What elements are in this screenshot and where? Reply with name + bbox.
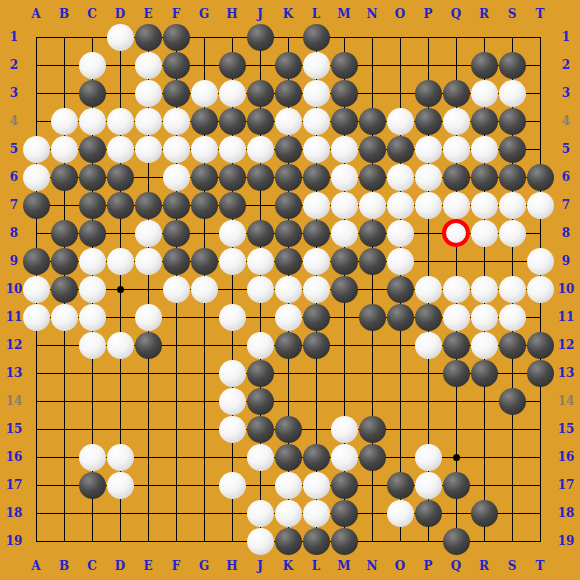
black-stone-M3 bbox=[331, 80, 358, 107]
white-stone-Q7 bbox=[443, 192, 470, 219]
black-stone-T12 bbox=[527, 332, 554, 359]
white-stone-H5 bbox=[219, 136, 246, 163]
black-stone-F1 bbox=[163, 24, 190, 51]
black-stone-C7 bbox=[79, 192, 106, 219]
white-stone-Q4 bbox=[443, 108, 470, 135]
white-stone-T9 bbox=[527, 248, 554, 275]
white-stone-H11 bbox=[219, 304, 246, 331]
white-stone-O18 bbox=[387, 500, 414, 527]
black-stone-K16 bbox=[275, 444, 302, 471]
white-stone-O9 bbox=[387, 248, 414, 275]
white-stone-C10 bbox=[79, 276, 106, 303]
black-stone-F8 bbox=[163, 220, 190, 247]
row-label-right-12: 12 bbox=[558, 339, 575, 351]
black-stone-M18 bbox=[331, 500, 358, 527]
black-stone-N16 bbox=[359, 444, 386, 471]
white-stone-H14 bbox=[219, 388, 246, 415]
black-stone-J14 bbox=[247, 388, 274, 415]
black-stone-K15 bbox=[275, 416, 302, 443]
white-stone-O8 bbox=[387, 220, 414, 247]
white-stone-C4 bbox=[79, 108, 106, 135]
black-stone-M10 bbox=[331, 276, 358, 303]
black-stone-L12 bbox=[303, 332, 330, 359]
white-stone-R5 bbox=[471, 136, 498, 163]
white-stone-P12 bbox=[415, 332, 442, 359]
black-stone-N8 bbox=[359, 220, 386, 247]
col-label-top-J: J bbox=[257, 8, 263, 20]
white-stone-D9 bbox=[107, 248, 134, 275]
row-label-right-19: 19 bbox=[558, 535, 575, 547]
black-stone-E1 bbox=[135, 24, 162, 51]
black-stone-C5 bbox=[79, 136, 106, 163]
black-stone-Q6 bbox=[443, 164, 470, 191]
white-stone-F6 bbox=[163, 164, 190, 191]
goban[interactable]: AABBCCDDEEFFGGHHJJKKLLMMNNOOPPQQRRSSTT11… bbox=[0, 0, 580, 580]
white-stone-P6 bbox=[415, 164, 442, 191]
black-stone-F9 bbox=[163, 248, 190, 275]
black-stone-P4 bbox=[415, 108, 442, 135]
white-stone-N7 bbox=[359, 192, 386, 219]
star-point-Q16 bbox=[453, 454, 460, 461]
white-stone-O4 bbox=[387, 108, 414, 135]
black-stone-T6 bbox=[527, 164, 554, 191]
black-stone-O5 bbox=[387, 136, 414, 163]
col-label-top-P: P bbox=[423, 8, 432, 20]
black-stone-Q3 bbox=[443, 80, 470, 107]
black-stone-G7 bbox=[191, 192, 218, 219]
white-stone-L2 bbox=[303, 52, 330, 79]
white-stone-C11 bbox=[79, 304, 106, 331]
white-stone-S8 bbox=[499, 220, 526, 247]
row-label-left-7: 7 bbox=[10, 199, 18, 211]
black-stone-F7 bbox=[163, 192, 190, 219]
black-stone-O17 bbox=[387, 472, 414, 499]
white-stone-O6 bbox=[387, 164, 414, 191]
white-stone-Q5 bbox=[443, 136, 470, 163]
white-stone-J12 bbox=[247, 332, 274, 359]
white-stone-L9 bbox=[303, 248, 330, 275]
white-stone-C2 bbox=[79, 52, 106, 79]
black-stone-S12 bbox=[499, 332, 526, 359]
black-stone-A9 bbox=[23, 248, 50, 275]
col-label-top-E: E bbox=[143, 8, 152, 20]
row-label-right-13: 13 bbox=[558, 367, 575, 379]
white-stone-R11 bbox=[471, 304, 498, 331]
white-stone-C12 bbox=[79, 332, 106, 359]
col-label-bottom-E: E bbox=[143, 560, 152, 572]
black-stone-J6 bbox=[247, 164, 274, 191]
black-stone-F2 bbox=[163, 52, 190, 79]
white-stone-M5 bbox=[331, 136, 358, 163]
white-stone-R7 bbox=[471, 192, 498, 219]
black-stone-N15 bbox=[359, 416, 386, 443]
white-stone-L18 bbox=[303, 500, 330, 527]
black-stone-C3 bbox=[79, 80, 106, 107]
white-stone-E11 bbox=[135, 304, 162, 331]
col-label-top-S: S bbox=[508, 8, 517, 20]
white-stone-H9 bbox=[219, 248, 246, 275]
black-stone-J3 bbox=[247, 80, 274, 107]
white-stone-M6 bbox=[331, 164, 358, 191]
black-stone-H6 bbox=[219, 164, 246, 191]
black-stone-B6 bbox=[51, 164, 78, 191]
col-label-top-N: N bbox=[367, 8, 378, 20]
col-label-bottom-T: T bbox=[536, 560, 545, 572]
row-label-right-11: 11 bbox=[558, 311, 575, 323]
white-stone-M16 bbox=[331, 444, 358, 471]
row-label-right-18: 18 bbox=[558, 507, 575, 519]
white-stone-E4 bbox=[135, 108, 162, 135]
black-stone-N11 bbox=[359, 304, 386, 331]
white-stone-R8 bbox=[471, 220, 498, 247]
row-label-right-1: 1 bbox=[562, 31, 570, 43]
white-stone-C9 bbox=[79, 248, 106, 275]
white-stone-L10 bbox=[303, 276, 330, 303]
white-stone-H17 bbox=[219, 472, 246, 499]
col-label-top-R: R bbox=[479, 8, 489, 20]
black-stone-M2 bbox=[331, 52, 358, 79]
black-stone-P3 bbox=[415, 80, 442, 107]
col-label-bottom-R: R bbox=[479, 560, 489, 572]
black-stone-F3 bbox=[163, 80, 190, 107]
black-stone-K6 bbox=[275, 164, 302, 191]
star-point-D10 bbox=[117, 286, 124, 293]
col-label-top-D: D bbox=[115, 8, 125, 20]
black-stone-L16 bbox=[303, 444, 330, 471]
white-stone-P16 bbox=[415, 444, 442, 471]
col-label-bottom-H: H bbox=[226, 560, 237, 572]
black-stone-E7 bbox=[135, 192, 162, 219]
col-label-top-F: F bbox=[172, 8, 181, 20]
row-label-right-17: 17 bbox=[558, 479, 575, 491]
black-stone-D7 bbox=[107, 192, 134, 219]
white-stone-L3 bbox=[303, 80, 330, 107]
row-label-right-9: 9 bbox=[562, 255, 570, 267]
black-stone-M9 bbox=[331, 248, 358, 275]
col-label-bottom-C: C bbox=[87, 560, 97, 572]
col-label-bottom-M: M bbox=[337, 560, 350, 572]
white-stone-T10 bbox=[527, 276, 554, 303]
black-stone-P11 bbox=[415, 304, 442, 331]
black-stone-K8 bbox=[275, 220, 302, 247]
white-stone-R12 bbox=[471, 332, 498, 359]
black-stone-K2 bbox=[275, 52, 302, 79]
row-label-left-18: 18 bbox=[6, 507, 23, 519]
col-label-bottom-J: J bbox=[257, 560, 263, 572]
white-stone-J16 bbox=[247, 444, 274, 471]
row-label-left-10: 10 bbox=[6, 283, 23, 295]
white-stone-H3 bbox=[219, 80, 246, 107]
black-stone-A7 bbox=[23, 192, 50, 219]
black-stone-H2 bbox=[219, 52, 246, 79]
row-label-left-8: 8 bbox=[10, 227, 18, 239]
black-stone-L6 bbox=[303, 164, 330, 191]
col-label-bottom-G: G bbox=[199, 560, 209, 572]
row-label-right-2: 2 bbox=[562, 59, 570, 71]
white-stone-F10 bbox=[163, 276, 190, 303]
black-stone-K5 bbox=[275, 136, 302, 163]
black-stone-G4 bbox=[191, 108, 218, 135]
black-stone-R18 bbox=[471, 500, 498, 527]
black-stone-K9 bbox=[275, 248, 302, 275]
black-stone-S5 bbox=[499, 136, 526, 163]
row-label-left-13: 13 bbox=[6, 367, 23, 379]
black-stone-T13 bbox=[527, 360, 554, 387]
black-stone-K3 bbox=[275, 80, 302, 107]
white-stone-K18 bbox=[275, 500, 302, 527]
white-stone-F5 bbox=[163, 136, 190, 163]
row-label-right-7: 7 bbox=[562, 199, 570, 211]
white-stone-E8 bbox=[135, 220, 162, 247]
black-stone-C8 bbox=[79, 220, 106, 247]
white-stone-G5 bbox=[191, 136, 218, 163]
row-label-left-15: 15 bbox=[6, 423, 23, 435]
col-label-bottom-Q: Q bbox=[451, 560, 461, 572]
white-stone-J18 bbox=[247, 500, 274, 527]
black-stone-G9 bbox=[191, 248, 218, 275]
black-stone-C17 bbox=[79, 472, 106, 499]
white-stone-B11 bbox=[51, 304, 78, 331]
white-stone-P10 bbox=[415, 276, 442, 303]
black-stone-L8 bbox=[303, 220, 330, 247]
white-stone-L5 bbox=[303, 136, 330, 163]
row-label-left-14: 14 bbox=[6, 395, 23, 407]
white-stone-D17 bbox=[107, 472, 134, 499]
white-stone-D4 bbox=[107, 108, 134, 135]
white-stone-L17 bbox=[303, 472, 330, 499]
white-stone-A10 bbox=[23, 276, 50, 303]
white-stone-D1 bbox=[107, 24, 134, 51]
black-stone-B9 bbox=[51, 248, 78, 275]
col-label-bottom-A: A bbox=[31, 560, 40, 572]
col-label-bottom-F: F bbox=[172, 560, 181, 572]
white-stone-C16 bbox=[79, 444, 106, 471]
row-label-right-14: 14 bbox=[558, 395, 575, 407]
black-stone-E12 bbox=[135, 332, 162, 359]
white-stone-R10 bbox=[471, 276, 498, 303]
row-label-left-4: 4 bbox=[10, 115, 18, 127]
white-stone-L7 bbox=[303, 192, 330, 219]
row-label-right-10: 10 bbox=[558, 283, 575, 295]
white-stone-L4 bbox=[303, 108, 330, 135]
black-stone-B8 bbox=[51, 220, 78, 247]
row-label-right-15: 15 bbox=[558, 423, 575, 435]
black-stone-M17 bbox=[331, 472, 358, 499]
white-stone-S10 bbox=[499, 276, 526, 303]
row-label-left-3: 3 bbox=[10, 87, 18, 99]
white-stone-E9 bbox=[135, 248, 162, 275]
black-stone-H7 bbox=[219, 192, 246, 219]
black-stone-N6 bbox=[359, 164, 386, 191]
col-label-top-H: H bbox=[226, 8, 237, 20]
black-stone-P18 bbox=[415, 500, 442, 527]
black-stone-N4 bbox=[359, 108, 386, 135]
white-stone-S11 bbox=[499, 304, 526, 331]
white-stone-A11 bbox=[23, 304, 50, 331]
white-stone-G10 bbox=[191, 276, 218, 303]
row-label-right-8: 8 bbox=[562, 227, 570, 239]
black-stone-L19 bbox=[303, 528, 330, 555]
white-stone-F4 bbox=[163, 108, 190, 135]
black-stone-O10 bbox=[387, 276, 414, 303]
row-label-right-6: 6 bbox=[562, 171, 570, 183]
black-stone-R2 bbox=[471, 52, 498, 79]
col-label-top-M: M bbox=[337, 8, 350, 20]
col-label-top-B: B bbox=[59, 8, 69, 20]
black-stone-O11 bbox=[387, 304, 414, 331]
black-stone-D6 bbox=[107, 164, 134, 191]
col-label-top-K: K bbox=[283, 8, 293, 20]
col-label-top-C: C bbox=[87, 8, 97, 20]
col-label-bottom-P: P bbox=[423, 560, 432, 572]
black-stone-J15 bbox=[247, 416, 274, 443]
white-stone-S7 bbox=[499, 192, 526, 219]
col-label-bottom-S: S bbox=[508, 560, 517, 572]
white-stone-O7 bbox=[387, 192, 414, 219]
white-stone-D16 bbox=[107, 444, 134, 471]
black-stone-M4 bbox=[331, 108, 358, 135]
black-stone-N5 bbox=[359, 136, 386, 163]
black-stone-R4 bbox=[471, 108, 498, 135]
black-stone-B10 bbox=[51, 276, 78, 303]
col-label-top-L: L bbox=[312, 8, 320, 20]
black-stone-R13 bbox=[471, 360, 498, 387]
white-stone-G3 bbox=[191, 80, 218, 107]
white-stone-K11 bbox=[275, 304, 302, 331]
white-stone-P17 bbox=[415, 472, 442, 499]
col-label-top-G: G bbox=[199, 8, 209, 20]
white-stone-S3 bbox=[499, 80, 526, 107]
black-stone-K7 bbox=[275, 192, 302, 219]
row-label-left-11: 11 bbox=[6, 311, 23, 323]
white-stone-E2 bbox=[135, 52, 162, 79]
black-stone-Q17 bbox=[443, 472, 470, 499]
white-stone-B4 bbox=[51, 108, 78, 135]
white-stone-K17 bbox=[275, 472, 302, 499]
white-stone-E3 bbox=[135, 80, 162, 107]
white-stone-E5 bbox=[135, 136, 162, 163]
white-stone-B5 bbox=[51, 136, 78, 163]
white-stone-T7 bbox=[527, 192, 554, 219]
white-stone-R3 bbox=[471, 80, 498, 107]
white-stone-J19 bbox=[247, 528, 274, 555]
white-stone-Q11 bbox=[443, 304, 470, 331]
col-label-bottom-L: L bbox=[312, 560, 320, 572]
black-stone-L11 bbox=[303, 304, 330, 331]
white-stone-D12 bbox=[107, 332, 134, 359]
row-label-left-16: 16 bbox=[6, 451, 23, 463]
black-stone-L1 bbox=[303, 24, 330, 51]
black-stone-C6 bbox=[79, 164, 106, 191]
white-stone-J10 bbox=[247, 276, 274, 303]
row-label-right-4: 4 bbox=[562, 115, 570, 127]
black-stone-H4 bbox=[219, 108, 246, 135]
row-label-left-9: 9 bbox=[10, 255, 18, 267]
black-stone-S6 bbox=[499, 164, 526, 191]
white-stone-P7 bbox=[415, 192, 442, 219]
black-stone-K12 bbox=[275, 332, 302, 359]
white-stone-A6 bbox=[23, 164, 50, 191]
black-stone-J13 bbox=[247, 360, 274, 387]
row-label-right-3: 3 bbox=[562, 87, 570, 99]
row-label-right-5: 5 bbox=[562, 143, 570, 155]
black-stone-S14 bbox=[499, 388, 526, 415]
black-stone-Q19 bbox=[443, 528, 470, 555]
col-label-bottom-D: D bbox=[115, 560, 125, 572]
white-stone-J9 bbox=[247, 248, 274, 275]
white-stone-M8 bbox=[331, 220, 358, 247]
black-stone-Q13 bbox=[443, 360, 470, 387]
col-label-top-T: T bbox=[536, 8, 545, 20]
row-label-left-5: 5 bbox=[10, 143, 18, 155]
black-stone-G6 bbox=[191, 164, 218, 191]
black-stone-R6 bbox=[471, 164, 498, 191]
col-label-top-Q: Q bbox=[451, 8, 461, 20]
row-label-left-19: 19 bbox=[6, 535, 23, 547]
col-label-top-O: O bbox=[395, 8, 405, 20]
row-label-left-12: 12 bbox=[6, 339, 23, 351]
white-stone-H15 bbox=[219, 416, 246, 443]
black-stone-J8 bbox=[247, 220, 274, 247]
white-stone-H13 bbox=[219, 360, 246, 387]
black-stone-S4 bbox=[499, 108, 526, 135]
white-stone-J5 bbox=[247, 136, 274, 163]
col-label-bottom-O: O bbox=[395, 560, 405, 572]
white-stone-P5 bbox=[415, 136, 442, 163]
row-label-right-16: 16 bbox=[558, 451, 575, 463]
row-label-left-6: 6 bbox=[10, 171, 18, 183]
black-stone-Q12 bbox=[443, 332, 470, 359]
row-label-left-1: 1 bbox=[10, 31, 18, 43]
col-label-bottom-N: N bbox=[367, 560, 378, 572]
white-stone-K4 bbox=[275, 108, 302, 135]
black-stone-M19 bbox=[331, 528, 358, 555]
white-stone-A5 bbox=[23, 136, 50, 163]
row-label-left-17: 17 bbox=[6, 479, 23, 491]
white-stone-H8 bbox=[219, 220, 246, 247]
last-move-ring-Q8 bbox=[442, 219, 470, 247]
black-stone-J4 bbox=[247, 108, 274, 135]
col-label-bottom-K: K bbox=[283, 560, 293, 572]
black-stone-J1 bbox=[247, 24, 274, 51]
white-stone-Q10 bbox=[443, 276, 470, 303]
white-stone-M7 bbox=[331, 192, 358, 219]
col-label-top-A: A bbox=[31, 8, 40, 20]
black-stone-S2 bbox=[499, 52, 526, 79]
black-stone-N9 bbox=[359, 248, 386, 275]
col-label-bottom-B: B bbox=[59, 560, 69, 572]
row-label-left-2: 2 bbox=[10, 59, 18, 71]
white-stone-M15 bbox=[331, 416, 358, 443]
white-stone-D5 bbox=[107, 136, 134, 163]
white-stone-K10 bbox=[275, 276, 302, 303]
black-stone-K19 bbox=[275, 528, 302, 555]
